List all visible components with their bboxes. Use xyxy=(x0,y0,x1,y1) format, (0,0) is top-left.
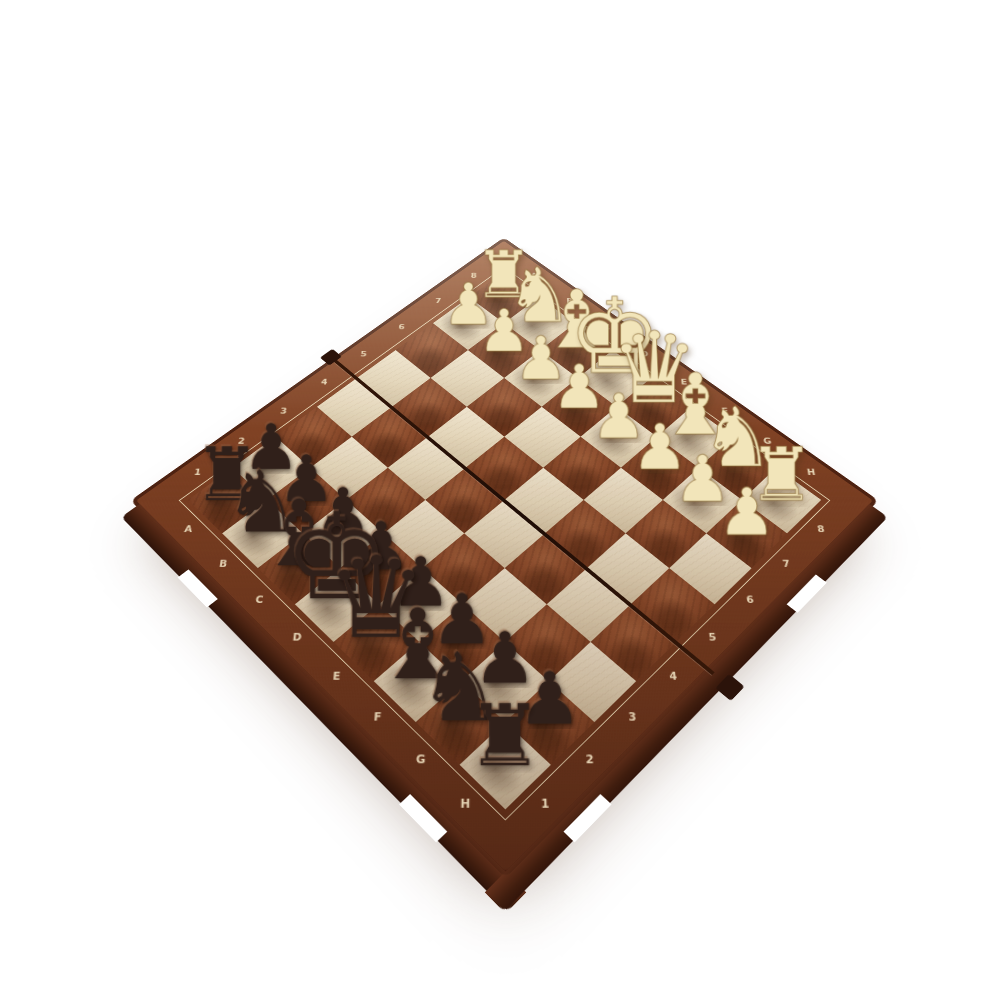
rank-label-6-right-edge: 6 xyxy=(737,590,763,610)
rank-label-5-right-edge: 5 xyxy=(700,627,726,648)
file-label-a-black-edge: A xyxy=(175,520,201,539)
product-photo-scene: AABBCCDDEEFFGGHH1122334455667788♜♞♝♚♛♝♞♜… xyxy=(0,0,1000,1000)
rank-label-7-right-edge: 7 xyxy=(774,554,800,574)
side-notch xyxy=(399,794,447,842)
square-f5 xyxy=(545,500,626,568)
file-label-h-black-edge: H xyxy=(452,791,478,816)
rank-label-2-right-edge: 2 xyxy=(577,748,603,772)
rank-label-8-right-edge: 8 xyxy=(808,520,834,539)
chessboard: AABBCCDDEEFFGGHH1122334455667788♜♞♝♚♛♝♞♜… xyxy=(130,238,878,879)
rank-label-1-right-edge: 1 xyxy=(532,791,558,816)
file-label-b-black-edge: B xyxy=(210,554,236,574)
rank-label-4-left-edge: 4 xyxy=(313,374,335,390)
rank-label-5-left-edge: 5 xyxy=(353,346,374,361)
file-label-e-black-edge: E xyxy=(323,665,349,687)
file-label-c-black-edge: C xyxy=(246,590,272,610)
side-notch xyxy=(563,794,611,842)
rank-label-4-right-edge: 4 xyxy=(661,665,687,687)
rank-label-6-left-edge: 6 xyxy=(392,320,413,335)
side-notch xyxy=(177,569,217,607)
piece-black-rook-h1: ♜ xyxy=(436,692,574,777)
file-label-g-black-edge: G xyxy=(407,748,433,772)
rank-label-3-right-edge: 3 xyxy=(620,706,646,729)
square-g5 xyxy=(587,533,669,604)
side-notch xyxy=(787,574,827,612)
file-label-d-black-edge: D xyxy=(284,627,310,648)
file-label-f-black-edge: F xyxy=(364,706,390,729)
